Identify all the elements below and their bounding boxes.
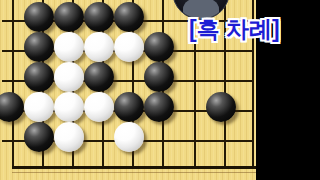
black-stone xyxy=(24,32,54,62)
board-margin-line xyxy=(12,172,256,173)
black-stone xyxy=(206,92,236,122)
video-frame: [흑 차례] xyxy=(0,0,320,180)
white-stone xyxy=(54,92,84,122)
black-stone xyxy=(24,62,54,92)
black-stone xyxy=(114,2,144,32)
board-bottom-edge xyxy=(12,166,256,169)
black-stone xyxy=(24,2,54,32)
black-stone xyxy=(144,32,174,62)
status-text: [흑 차례] xyxy=(189,15,319,43)
white-stone xyxy=(114,32,144,62)
white-stone xyxy=(54,122,84,152)
black-stone xyxy=(24,122,54,152)
black-stone xyxy=(0,92,24,122)
white-stone xyxy=(84,92,114,122)
black-stone xyxy=(114,92,144,122)
grid-line xyxy=(12,0,14,166)
black-stone xyxy=(54,2,84,32)
black-stone xyxy=(84,2,114,32)
black-stone xyxy=(84,62,114,92)
black-stone xyxy=(144,92,174,122)
white-stone xyxy=(114,122,144,152)
white-stone xyxy=(84,32,114,62)
white-stone xyxy=(24,92,54,122)
white-stone xyxy=(54,62,84,92)
black-stone xyxy=(144,62,174,92)
white-stone xyxy=(54,32,84,62)
